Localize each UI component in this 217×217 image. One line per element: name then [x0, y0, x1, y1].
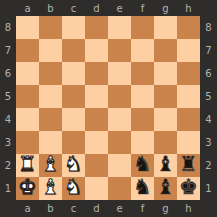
piece-white-king-a1[interactable]: ♚ [18, 176, 37, 199]
square-g6[interactable] [154, 62, 177, 85]
rank-label-4-left: 4 [0, 108, 16, 131]
square-f3[interactable] [131, 131, 154, 154]
square-d7[interactable] [85, 39, 108, 62]
board-corner [200, 200, 217, 217]
rank-label-8-right: 8 [200, 16, 217, 39]
square-c2[interactable]: ♞ [62, 154, 85, 177]
square-c6[interactable] [62, 62, 85, 85]
square-a8[interactable] [16, 16, 39, 39]
file-label-d-top: d [85, 0, 108, 16]
square-e5[interactable] [108, 85, 131, 108]
square-h8[interactable] [177, 16, 200, 39]
square-h5[interactable] [177, 85, 200, 108]
square-f1[interactable]: ♞ [131, 177, 154, 200]
square-f7[interactable] [131, 39, 154, 62]
square-c1[interactable]: ♞ [62, 177, 85, 200]
rank-label-2-left: 2 [0, 154, 16, 177]
rank-label-8-left: 8 [0, 16, 16, 39]
square-a1[interactable]: ♚ [16, 177, 39, 200]
square-c5[interactable] [62, 85, 85, 108]
board-corner [0, 0, 16, 16]
square-b1[interactable]: ♝ [39, 177, 62, 200]
square-g2[interactable]: ♝ [154, 154, 177, 177]
rank-label-5-left: 5 [0, 85, 16, 108]
file-label-c-top: c [62, 0, 85, 16]
file-label-h-bottom: h [177, 200, 200, 217]
square-c7[interactable] [62, 39, 85, 62]
square-e2[interactable] [108, 154, 131, 177]
piece-black-bishop-g2[interactable]: ♝ [156, 153, 175, 176]
piece-black-knight-f2[interactable]: ♞ [133, 153, 152, 176]
square-g3[interactable] [154, 131, 177, 154]
square-g7[interactable] [154, 39, 177, 62]
square-e1[interactable] [108, 177, 131, 200]
rank-label-5-right: 5 [200, 85, 217, 108]
piece-black-rook-h2[interactable]: ♜ [179, 153, 198, 176]
square-f6[interactable] [131, 62, 154, 85]
rank-label-6-left: 6 [0, 62, 16, 85]
square-g1[interactable]: ♝ [154, 177, 177, 200]
rank-label-7-left: 7 [0, 39, 16, 62]
file-label-d-bottom: d [85, 200, 108, 217]
square-a3[interactable] [16, 131, 39, 154]
square-d6[interactable] [85, 62, 108, 85]
file-label-a-top: a [16, 0, 39, 16]
square-a5[interactable] [16, 85, 39, 108]
square-e8[interactable] [108, 16, 131, 39]
file-label-a-bottom: a [16, 200, 39, 217]
rank-label-1-left: 1 [0, 177, 16, 200]
piece-white-bishop-b1[interactable]: ♝ [41, 176, 60, 199]
square-h2[interactable]: ♜ [177, 154, 200, 177]
square-b4[interactable] [39, 108, 62, 131]
square-d3[interactable] [85, 131, 108, 154]
square-f4[interactable] [131, 108, 154, 131]
square-d2[interactable] [85, 154, 108, 177]
square-a6[interactable] [16, 62, 39, 85]
file-label-b-top: b [39, 0, 62, 16]
rank-label-3-left: 3 [0, 131, 16, 154]
square-e6[interactable] [108, 62, 131, 85]
piece-black-bishop-g1[interactable]: ♝ [156, 176, 175, 199]
square-f5[interactable] [131, 85, 154, 108]
file-label-e-top: e [108, 0, 131, 16]
square-h6[interactable] [177, 62, 200, 85]
rank-label-3-right: 3 [200, 131, 217, 154]
square-e4[interactable] [108, 108, 131, 131]
square-g5[interactable] [154, 85, 177, 108]
square-a4[interactable] [16, 108, 39, 131]
piece-black-knight-f1[interactable]: ♞ [133, 176, 152, 199]
piece-white-bishop-b2[interactable]: ♝ [41, 153, 60, 176]
rank-label-1-right: 1 [200, 177, 217, 200]
rank-label-7-right: 7 [200, 39, 217, 62]
piece-white-knight-c2[interactable]: ♞ [64, 153, 83, 176]
square-d4[interactable] [85, 108, 108, 131]
square-h7[interactable] [177, 39, 200, 62]
file-label-f-bottom: f [131, 200, 154, 217]
rank-label-4-right: 4 [200, 108, 217, 131]
square-c3[interactable] [62, 131, 85, 154]
square-e3[interactable] [108, 131, 131, 154]
file-label-g-bottom: g [154, 200, 177, 217]
board-corner [0, 200, 16, 217]
square-b6[interactable] [39, 62, 62, 85]
square-b8[interactable] [39, 16, 62, 39]
file-label-f-top: f [131, 0, 154, 16]
file-label-b-bottom: b [39, 200, 62, 217]
square-c8[interactable] [62, 16, 85, 39]
square-e7[interactable] [108, 39, 131, 62]
square-b5[interactable] [39, 85, 62, 108]
file-label-g-top: g [154, 0, 177, 16]
square-f2[interactable]: ♞ [131, 154, 154, 177]
square-g4[interactable] [154, 108, 177, 131]
square-b2[interactable]: ♝ [39, 154, 62, 177]
board-corner [200, 0, 217, 16]
chess-board: abcdefgh8877665544332♜♝♞♞♝♜21♚♝♞♞♝♚1abcd… [0, 0, 217, 217]
rank-label-6-right: 6 [200, 62, 217, 85]
square-a7[interactable] [16, 39, 39, 62]
file-label-h-top: h [177, 0, 200, 16]
file-label-e-bottom: e [108, 200, 131, 217]
square-h3[interactable] [177, 131, 200, 154]
square-h1[interactable]: ♚ [177, 177, 200, 200]
square-h4[interactable] [177, 108, 200, 131]
square-d1[interactable] [85, 177, 108, 200]
square-b3[interactable] [39, 131, 62, 154]
piece-black-king-h1[interactable]: ♚ [179, 176, 198, 199]
square-c4[interactable] [62, 108, 85, 131]
piece-white-rook-a2[interactable]: ♜ [18, 153, 37, 176]
square-f8[interactable] [131, 16, 154, 39]
piece-white-knight-c1[interactable]: ♞ [64, 176, 83, 199]
square-a2[interactable]: ♜ [16, 154, 39, 177]
rank-label-2-right: 2 [200, 154, 217, 177]
square-b7[interactable] [39, 39, 62, 62]
square-d8[interactable] [85, 16, 108, 39]
square-d5[interactable] [85, 85, 108, 108]
square-g8[interactable] [154, 16, 177, 39]
file-label-c-bottom: c [62, 200, 85, 217]
